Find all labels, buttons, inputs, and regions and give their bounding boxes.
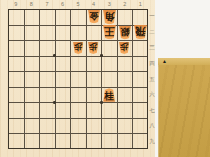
board-cell[interactable] [132, 102, 148, 118]
sente-komadai[interactable]: ▲ [158, 58, 210, 157]
piece-kanji: 銀 [120, 27, 130, 38]
shogi-app: 987654321 一二三四五六七八九 ▲ 金角王銀飛歩歩歩桂 [0, 0, 210, 157]
board-cell[interactable] [117, 118, 133, 134]
board-cell[interactable] [39, 133, 55, 149]
board-cell[interactable] [39, 87, 55, 103]
board-cell[interactable] [132, 56, 148, 72]
board-cell[interactable] [101, 71, 117, 87]
piece-kanji: 歩 [89, 43, 98, 53]
board-cell[interactable] [101, 56, 117, 72]
piece-kanji: 歩 [74, 43, 83, 53]
board-cell[interactable] [70, 133, 86, 149]
board-cell[interactable] [70, 87, 86, 103]
board-cell[interactable] [86, 118, 102, 134]
board-cell[interactable] [117, 87, 133, 103]
board-cell[interactable] [24, 71, 40, 87]
board-cell[interactable] [39, 25, 55, 41]
board-cell[interactable] [55, 87, 71, 103]
board-cell[interactable] [70, 118, 86, 134]
board-cell[interactable] [8, 40, 24, 56]
board-cell[interactable] [86, 133, 102, 149]
board-cell[interactable] [8, 56, 24, 72]
board-cell[interactable] [39, 102, 55, 118]
board-cell[interactable] [8, 9, 24, 25]
board-cell[interactable] [70, 71, 86, 87]
board-cell[interactable] [24, 9, 40, 25]
board-cell[interactable] [24, 25, 40, 41]
file-label: 8 [24, 0, 40, 8]
board-cell[interactable] [55, 71, 71, 87]
board-cell[interactable] [24, 102, 40, 118]
board-cell[interactable] [117, 102, 133, 118]
hoshi-dot [100, 54, 102, 56]
board-cell[interactable] [8, 133, 24, 149]
board-cell[interactable] [117, 71, 133, 87]
piece-kanji: 金 [89, 12, 99, 23]
piece-kanji: 王 [104, 27, 115, 39]
file-label: 6 [55, 0, 71, 8]
board-cell[interactable] [132, 118, 148, 134]
board-cell[interactable] [55, 25, 71, 41]
piece-kanji: 桂 [104, 89, 114, 100]
board-cell[interactable] [70, 56, 86, 72]
sente-triangle-icon: ▲ [162, 59, 167, 64]
board-cell[interactable] [55, 40, 71, 56]
board-cell[interactable] [24, 118, 40, 134]
board-cell[interactable] [55, 133, 71, 149]
hoshi-dot [53, 54, 55, 56]
board-cell[interactable] [117, 9, 133, 25]
file-label: 2 [117, 0, 133, 8]
board-cell[interactable] [101, 40, 117, 56]
board-cell[interactable] [132, 87, 148, 103]
board-cell[interactable] [70, 102, 86, 118]
board-cell[interactable] [132, 71, 148, 87]
board-cell[interactable] [39, 40, 55, 56]
board-cell[interactable] [132, 9, 148, 25]
hoshi-dot [53, 101, 55, 103]
board-cell[interactable] [86, 71, 102, 87]
board-cell[interactable] [86, 25, 102, 41]
board-cell[interactable] [8, 118, 24, 134]
board-cell[interactable] [86, 56, 102, 72]
board-cell[interactable] [24, 133, 40, 149]
board-cell[interactable] [70, 9, 86, 25]
board-cell[interactable] [132, 133, 148, 149]
board-cell[interactable] [70, 25, 86, 41]
board-cell[interactable] [117, 56, 133, 72]
file-label: 1 [133, 0, 149, 8]
file-label: 9 [8, 0, 24, 8]
board-cell[interactable] [39, 56, 55, 72]
file-labels: 987654321 [8, 0, 148, 8]
board-cell[interactable] [101, 118, 117, 134]
board-cell[interactable] [8, 25, 24, 41]
board-cell[interactable] [55, 102, 71, 118]
piece-kanji: 飛 [135, 27, 146, 39]
file-label: 5 [70, 0, 86, 8]
file-label: 3 [101, 0, 117, 8]
board-cell[interactable] [24, 56, 40, 72]
board-cell[interactable] [39, 71, 55, 87]
board-cell[interactable] [8, 102, 24, 118]
board-cell[interactable] [117, 133, 133, 149]
board-cell[interactable] [39, 118, 55, 134]
board-cell[interactable] [8, 87, 24, 103]
board-cell[interactable] [101, 133, 117, 149]
board-cell[interactable] [55, 9, 71, 25]
board-cell[interactable] [39, 9, 55, 25]
board-cell[interactable] [132, 40, 148, 56]
board-cell[interactable] [86, 102, 102, 118]
board-cell[interactable] [24, 87, 40, 103]
file-label: 7 [39, 0, 55, 8]
board-cell[interactable] [24, 40, 40, 56]
board-cell[interactable] [8, 71, 24, 87]
piece-kanji: 歩 [120, 43, 129, 53]
hoshi-dot [100, 101, 102, 103]
file-label: 4 [86, 0, 102, 8]
board-cell[interactable] [101, 102, 117, 118]
board-cell[interactable] [86, 87, 102, 103]
piece-kanji: 角 [104, 11, 115, 23]
board-cell[interactable] [55, 56, 71, 72]
komadai-rim: ▲ [158, 58, 210, 65]
board-cell[interactable] [55, 118, 71, 134]
